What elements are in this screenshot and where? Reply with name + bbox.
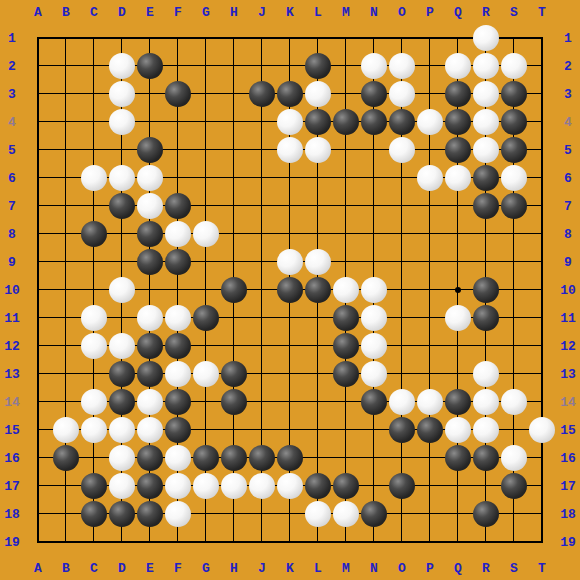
- intersection-M11[interactable]: [332, 304, 360, 332]
- intersection-F7[interactable]: [164, 192, 192, 220]
- intersection-R19[interactable]: [472, 528, 500, 556]
- intersection-G16[interactable]: [192, 444, 220, 472]
- intersection-P15[interactable]: [416, 416, 444, 444]
- intersection-A6[interactable]: [24, 164, 52, 192]
- intersection-L18[interactable]: [304, 500, 332, 528]
- intersection-G14[interactable]: [192, 388, 220, 416]
- intersection-O18[interactable]: [388, 500, 416, 528]
- intersection-T2[interactable]: [528, 52, 556, 80]
- intersection-E9[interactable]: [136, 248, 164, 276]
- intersection-T18[interactable]: [528, 500, 556, 528]
- intersection-D7[interactable]: [108, 192, 136, 220]
- intersection-J2[interactable]: [248, 52, 276, 80]
- intersection-R10[interactable]: [472, 276, 500, 304]
- intersection-R2[interactable]: [472, 52, 500, 80]
- intersection-N14[interactable]: [360, 388, 388, 416]
- intersection-O12[interactable]: [388, 332, 416, 360]
- intersection-L2[interactable]: [304, 52, 332, 80]
- intersection-F6[interactable]: [164, 164, 192, 192]
- intersection-J11[interactable]: [248, 304, 276, 332]
- intersection-D3[interactable]: [108, 80, 136, 108]
- intersection-C5[interactable]: [80, 136, 108, 164]
- intersection-R4[interactable]: [472, 108, 500, 136]
- intersection-M1[interactable]: [332, 24, 360, 52]
- intersection-L11[interactable]: [304, 304, 332, 332]
- intersection-C7[interactable]: [80, 192, 108, 220]
- intersection-P3[interactable]: [416, 80, 444, 108]
- intersection-H7[interactable]: [220, 192, 248, 220]
- intersection-A11[interactable]: [24, 304, 52, 332]
- intersection-L9[interactable]: [304, 248, 332, 276]
- intersection-K18[interactable]: [276, 500, 304, 528]
- intersection-O6[interactable]: [388, 164, 416, 192]
- intersection-F17[interactable]: [164, 472, 192, 500]
- intersection-R16[interactable]: [472, 444, 500, 472]
- intersection-N18[interactable]: [360, 500, 388, 528]
- intersection-T6[interactable]: [528, 164, 556, 192]
- intersection-L12[interactable]: [304, 332, 332, 360]
- intersection-F9[interactable]: [164, 248, 192, 276]
- intersection-O9[interactable]: [388, 248, 416, 276]
- intersection-M4[interactable]: [332, 108, 360, 136]
- intersection-N19[interactable]: [360, 528, 388, 556]
- intersection-J9[interactable]: [248, 248, 276, 276]
- intersection-D11[interactable]: [108, 304, 136, 332]
- intersection-M7[interactable]: [332, 192, 360, 220]
- intersection-P7[interactable]: [416, 192, 444, 220]
- intersection-H6[interactable]: [220, 164, 248, 192]
- intersection-B6[interactable]: [52, 164, 80, 192]
- intersection-S11[interactable]: [500, 304, 528, 332]
- intersection-Q13[interactable]: [444, 360, 472, 388]
- intersection-M2[interactable]: [332, 52, 360, 80]
- intersection-C1[interactable]: [80, 24, 108, 52]
- intersection-E10[interactable]: [136, 276, 164, 304]
- intersection-Q10[interactable]: [444, 276, 472, 304]
- intersection-B8[interactable]: [52, 220, 80, 248]
- intersection-B2[interactable]: [52, 52, 80, 80]
- intersection-K2[interactable]: [276, 52, 304, 80]
- intersection-K17[interactable]: [276, 472, 304, 500]
- intersection-L1[interactable]: [304, 24, 332, 52]
- intersection-T13[interactable]: [528, 360, 556, 388]
- intersection-O3[interactable]: [388, 80, 416, 108]
- intersection-J18[interactable]: [248, 500, 276, 528]
- intersection-T17[interactable]: [528, 472, 556, 500]
- intersection-G13[interactable]: [192, 360, 220, 388]
- intersection-A13[interactable]: [24, 360, 52, 388]
- intersection-K3[interactable]: [276, 80, 304, 108]
- intersection-B5[interactable]: [52, 136, 80, 164]
- intersection-N1[interactable]: [360, 24, 388, 52]
- intersection-R8[interactable]: [472, 220, 500, 248]
- intersection-O7[interactable]: [388, 192, 416, 220]
- intersection-M18[interactable]: [332, 500, 360, 528]
- intersection-F3[interactable]: [164, 80, 192, 108]
- intersection-H4[interactable]: [220, 108, 248, 136]
- intersection-K6[interactable]: [276, 164, 304, 192]
- intersection-L4[interactable]: [304, 108, 332, 136]
- intersection-E4[interactable]: [136, 108, 164, 136]
- intersection-B7[interactable]: [52, 192, 80, 220]
- intersection-E16[interactable]: [136, 444, 164, 472]
- intersection-T1[interactable]: [528, 24, 556, 52]
- intersection-H2[interactable]: [220, 52, 248, 80]
- intersection-D13[interactable]: [108, 360, 136, 388]
- intersection-J3[interactable]: [248, 80, 276, 108]
- intersection-T9[interactable]: [528, 248, 556, 276]
- intersection-D5[interactable]: [108, 136, 136, 164]
- intersection-S6[interactable]: [500, 164, 528, 192]
- intersection-E12[interactable]: [136, 332, 164, 360]
- intersection-P4[interactable]: [416, 108, 444, 136]
- intersection-J4[interactable]: [248, 108, 276, 136]
- intersection-F16[interactable]: [164, 444, 192, 472]
- intersection-E1[interactable]: [136, 24, 164, 52]
- intersection-K10[interactable]: [276, 276, 304, 304]
- intersection-B11[interactable]: [52, 304, 80, 332]
- intersection-C6[interactable]: [80, 164, 108, 192]
- intersection-H3[interactable]: [220, 80, 248, 108]
- intersection-J8[interactable]: [248, 220, 276, 248]
- intersection-M16[interactable]: [332, 444, 360, 472]
- intersection-K16[interactable]: [276, 444, 304, 472]
- intersection-E2[interactable]: [136, 52, 164, 80]
- intersection-Q4[interactable]: [444, 108, 472, 136]
- intersection-P5[interactable]: [416, 136, 444, 164]
- intersection-C16[interactable]: [80, 444, 108, 472]
- intersection-J19[interactable]: [248, 528, 276, 556]
- intersection-T12[interactable]: [528, 332, 556, 360]
- intersection-D1[interactable]: [108, 24, 136, 52]
- intersection-S4[interactable]: [500, 108, 528, 136]
- intersection-R17[interactable]: [472, 472, 500, 500]
- intersection-Q16[interactable]: [444, 444, 472, 472]
- intersection-S1[interactable]: [500, 24, 528, 52]
- intersection-C19[interactable]: [80, 528, 108, 556]
- intersection-H5[interactable]: [220, 136, 248, 164]
- intersection-B16[interactable]: [52, 444, 80, 472]
- intersection-G7[interactable]: [192, 192, 220, 220]
- intersection-P17[interactable]: [416, 472, 444, 500]
- intersection-P2[interactable]: [416, 52, 444, 80]
- intersection-F10[interactable]: [164, 276, 192, 304]
- intersection-O11[interactable]: [388, 304, 416, 332]
- intersection-L13[interactable]: [304, 360, 332, 388]
- intersection-Q8[interactable]: [444, 220, 472, 248]
- intersection-J10[interactable]: [248, 276, 276, 304]
- intersection-R18[interactable]: [472, 500, 500, 528]
- intersection-N5[interactable]: [360, 136, 388, 164]
- intersection-H12[interactable]: [220, 332, 248, 360]
- intersection-D8[interactable]: [108, 220, 136, 248]
- intersection-T11[interactable]: [528, 304, 556, 332]
- intersection-T10[interactable]: [528, 276, 556, 304]
- intersection-E6[interactable]: [136, 164, 164, 192]
- intersection-A3[interactable]: [24, 80, 52, 108]
- intersection-Q17[interactable]: [444, 472, 472, 500]
- intersection-N7[interactable]: [360, 192, 388, 220]
- intersection-P19[interactable]: [416, 528, 444, 556]
- intersection-Q11[interactable]: [444, 304, 472, 332]
- intersection-O14[interactable]: [388, 388, 416, 416]
- intersection-M14[interactable]: [332, 388, 360, 416]
- intersection-K8[interactable]: [276, 220, 304, 248]
- intersection-N2[interactable]: [360, 52, 388, 80]
- intersection-R7[interactable]: [472, 192, 500, 220]
- intersection-P12[interactable]: [416, 332, 444, 360]
- intersection-A4[interactable]: [24, 108, 52, 136]
- intersection-J15[interactable]: [248, 416, 276, 444]
- intersection-Q5[interactable]: [444, 136, 472, 164]
- intersection-H14[interactable]: [220, 388, 248, 416]
- intersection-S7[interactable]: [500, 192, 528, 220]
- intersection-K5[interactable]: [276, 136, 304, 164]
- intersection-J7[interactable]: [248, 192, 276, 220]
- intersection-J16[interactable]: [248, 444, 276, 472]
- intersection-G19[interactable]: [192, 528, 220, 556]
- intersection-Q7[interactable]: [444, 192, 472, 220]
- intersection-L14[interactable]: [304, 388, 332, 416]
- intersection-M19[interactable]: [332, 528, 360, 556]
- intersection-B12[interactable]: [52, 332, 80, 360]
- intersection-G8[interactable]: [192, 220, 220, 248]
- intersection-L10[interactable]: [304, 276, 332, 304]
- intersection-Q12[interactable]: [444, 332, 472, 360]
- intersection-R5[interactable]: [472, 136, 500, 164]
- intersection-E17[interactable]: [136, 472, 164, 500]
- intersection-T8[interactable]: [528, 220, 556, 248]
- intersection-J14[interactable]: [248, 388, 276, 416]
- intersection-D9[interactable]: [108, 248, 136, 276]
- intersection-Q1[interactable]: [444, 24, 472, 52]
- intersection-A12[interactable]: [24, 332, 52, 360]
- intersection-N6[interactable]: [360, 164, 388, 192]
- intersection-F13[interactable]: [164, 360, 192, 388]
- intersection-F8[interactable]: [164, 220, 192, 248]
- intersection-L7[interactable]: [304, 192, 332, 220]
- intersection-Q6[interactable]: [444, 164, 472, 192]
- intersection-N8[interactable]: [360, 220, 388, 248]
- intersection-A1[interactable]: [24, 24, 52, 52]
- intersection-P13[interactable]: [416, 360, 444, 388]
- intersection-S8[interactable]: [500, 220, 528, 248]
- intersection-L5[interactable]: [304, 136, 332, 164]
- intersection-C9[interactable]: [80, 248, 108, 276]
- intersection-D4[interactable]: [108, 108, 136, 136]
- intersection-N10[interactable]: [360, 276, 388, 304]
- intersection-K13[interactable]: [276, 360, 304, 388]
- intersection-B17[interactable]: [52, 472, 80, 500]
- intersection-Q14[interactable]: [444, 388, 472, 416]
- intersection-Q2[interactable]: [444, 52, 472, 80]
- intersection-O16[interactable]: [388, 444, 416, 472]
- intersection-M3[interactable]: [332, 80, 360, 108]
- intersection-H16[interactable]: [220, 444, 248, 472]
- intersection-F15[interactable]: [164, 416, 192, 444]
- intersection-D10[interactable]: [108, 276, 136, 304]
- intersection-E13[interactable]: [136, 360, 164, 388]
- intersection-D18[interactable]: [108, 500, 136, 528]
- intersection-O1[interactable]: [388, 24, 416, 52]
- intersection-M15[interactable]: [332, 416, 360, 444]
- intersection-C12[interactable]: [80, 332, 108, 360]
- intersection-A5[interactable]: [24, 136, 52, 164]
- intersection-L17[interactable]: [304, 472, 332, 500]
- intersection-E19[interactable]: [136, 528, 164, 556]
- intersection-C14[interactable]: [80, 388, 108, 416]
- intersection-G15[interactable]: [192, 416, 220, 444]
- intersection-D15[interactable]: [108, 416, 136, 444]
- intersection-J13[interactable]: [248, 360, 276, 388]
- intersection-T16[interactable]: [528, 444, 556, 472]
- intersection-O8[interactable]: [388, 220, 416, 248]
- intersection-E15[interactable]: [136, 416, 164, 444]
- intersection-K19[interactable]: [276, 528, 304, 556]
- intersection-M12[interactable]: [332, 332, 360, 360]
- intersection-G10[interactable]: [192, 276, 220, 304]
- intersection-A19[interactable]: [24, 528, 52, 556]
- intersection-G3[interactable]: [192, 80, 220, 108]
- intersection-D19[interactable]: [108, 528, 136, 556]
- intersection-G2[interactable]: [192, 52, 220, 80]
- intersection-S2[interactable]: [500, 52, 528, 80]
- intersection-M13[interactable]: [332, 360, 360, 388]
- intersection-F14[interactable]: [164, 388, 192, 416]
- intersection-H19[interactable]: [220, 528, 248, 556]
- intersection-K15[interactable]: [276, 416, 304, 444]
- intersection-O10[interactable]: [388, 276, 416, 304]
- intersection-R11[interactable]: [472, 304, 500, 332]
- intersection-K7[interactable]: [276, 192, 304, 220]
- intersection-G17[interactable]: [192, 472, 220, 500]
- intersection-R9[interactable]: [472, 248, 500, 276]
- intersection-S13[interactable]: [500, 360, 528, 388]
- intersection-T19[interactable]: [528, 528, 556, 556]
- intersection-N9[interactable]: [360, 248, 388, 276]
- intersection-G11[interactable]: [192, 304, 220, 332]
- intersection-B1[interactable]: [52, 24, 80, 52]
- intersection-R6[interactable]: [472, 164, 500, 192]
- intersection-K1[interactable]: [276, 24, 304, 52]
- intersection-P10[interactable]: [416, 276, 444, 304]
- intersection-L15[interactable]: [304, 416, 332, 444]
- intersection-K4[interactable]: [276, 108, 304, 136]
- intersection-Q19[interactable]: [444, 528, 472, 556]
- intersection-S16[interactable]: [500, 444, 528, 472]
- intersection-T7[interactable]: [528, 192, 556, 220]
- intersection-B14[interactable]: [52, 388, 80, 416]
- intersection-R1[interactable]: [472, 24, 500, 52]
- intersection-T14[interactable]: [528, 388, 556, 416]
- intersection-J5[interactable]: [248, 136, 276, 164]
- intersection-F12[interactable]: [164, 332, 192, 360]
- intersection-G9[interactable]: [192, 248, 220, 276]
- intersection-S18[interactable]: [500, 500, 528, 528]
- intersection-H13[interactable]: [220, 360, 248, 388]
- intersection-C3[interactable]: [80, 80, 108, 108]
- intersection-G6[interactable]: [192, 164, 220, 192]
- intersection-H15[interactable]: [220, 416, 248, 444]
- intersection-O17[interactable]: [388, 472, 416, 500]
- intersection-S5[interactable]: [500, 136, 528, 164]
- intersection-N12[interactable]: [360, 332, 388, 360]
- intersection-B18[interactable]: [52, 500, 80, 528]
- intersection-S15[interactable]: [500, 416, 528, 444]
- intersection-D12[interactable]: [108, 332, 136, 360]
- intersection-F11[interactable]: [164, 304, 192, 332]
- intersection-T4[interactable]: [528, 108, 556, 136]
- intersection-R13[interactable]: [472, 360, 500, 388]
- intersection-N16[interactable]: [360, 444, 388, 472]
- intersection-R12[interactable]: [472, 332, 500, 360]
- intersection-H18[interactable]: [220, 500, 248, 528]
- intersection-S14[interactable]: [500, 388, 528, 416]
- intersection-Q3[interactable]: [444, 80, 472, 108]
- intersection-A9[interactable]: [24, 248, 52, 276]
- intersection-P11[interactable]: [416, 304, 444, 332]
- intersection-N4[interactable]: [360, 108, 388, 136]
- intersection-H10[interactable]: [220, 276, 248, 304]
- intersection-N11[interactable]: [360, 304, 388, 332]
- intersection-E18[interactable]: [136, 500, 164, 528]
- intersection-E7[interactable]: [136, 192, 164, 220]
- intersection-P8[interactable]: [416, 220, 444, 248]
- intersection-L19[interactable]: [304, 528, 332, 556]
- intersection-L6[interactable]: [304, 164, 332, 192]
- intersection-L8[interactable]: [304, 220, 332, 248]
- intersection-S19[interactable]: [500, 528, 528, 556]
- intersection-R15[interactable]: [472, 416, 500, 444]
- intersection-P1[interactable]: [416, 24, 444, 52]
- intersection-M10[interactable]: [332, 276, 360, 304]
- intersection-O2[interactable]: [388, 52, 416, 80]
- intersection-C13[interactable]: [80, 360, 108, 388]
- intersection-A16[interactable]: [24, 444, 52, 472]
- intersection-G1[interactable]: [192, 24, 220, 52]
- intersection-O15[interactable]: [388, 416, 416, 444]
- intersection-Q15[interactable]: [444, 416, 472, 444]
- intersection-S3[interactable]: [500, 80, 528, 108]
- intersection-F4[interactable]: [164, 108, 192, 136]
- intersection-A14[interactable]: [24, 388, 52, 416]
- intersection-S9[interactable]: [500, 248, 528, 276]
- intersection-B3[interactable]: [52, 80, 80, 108]
- intersection-M17[interactable]: [332, 472, 360, 500]
- intersection-N17[interactable]: [360, 472, 388, 500]
- intersection-C8[interactable]: [80, 220, 108, 248]
- intersection-M5[interactable]: [332, 136, 360, 164]
- intersection-E8[interactable]: [136, 220, 164, 248]
- intersection-P16[interactable]: [416, 444, 444, 472]
- intersection-O5[interactable]: [388, 136, 416, 164]
- intersection-K9[interactable]: [276, 248, 304, 276]
- intersection-O19[interactable]: [388, 528, 416, 556]
- intersection-K11[interactable]: [276, 304, 304, 332]
- intersection-P14[interactable]: [416, 388, 444, 416]
- intersection-D6[interactable]: [108, 164, 136, 192]
- intersection-S10[interactable]: [500, 276, 528, 304]
- intersection-M6[interactable]: [332, 164, 360, 192]
- intersection-B4[interactable]: [52, 108, 80, 136]
- intersection-G12[interactable]: [192, 332, 220, 360]
- intersection-J12[interactable]: [248, 332, 276, 360]
- intersection-B13[interactable]: [52, 360, 80, 388]
- intersection-Q9[interactable]: [444, 248, 472, 276]
- intersection-D2[interactable]: [108, 52, 136, 80]
- intersection-P6[interactable]: [416, 164, 444, 192]
- intersection-E14[interactable]: [136, 388, 164, 416]
